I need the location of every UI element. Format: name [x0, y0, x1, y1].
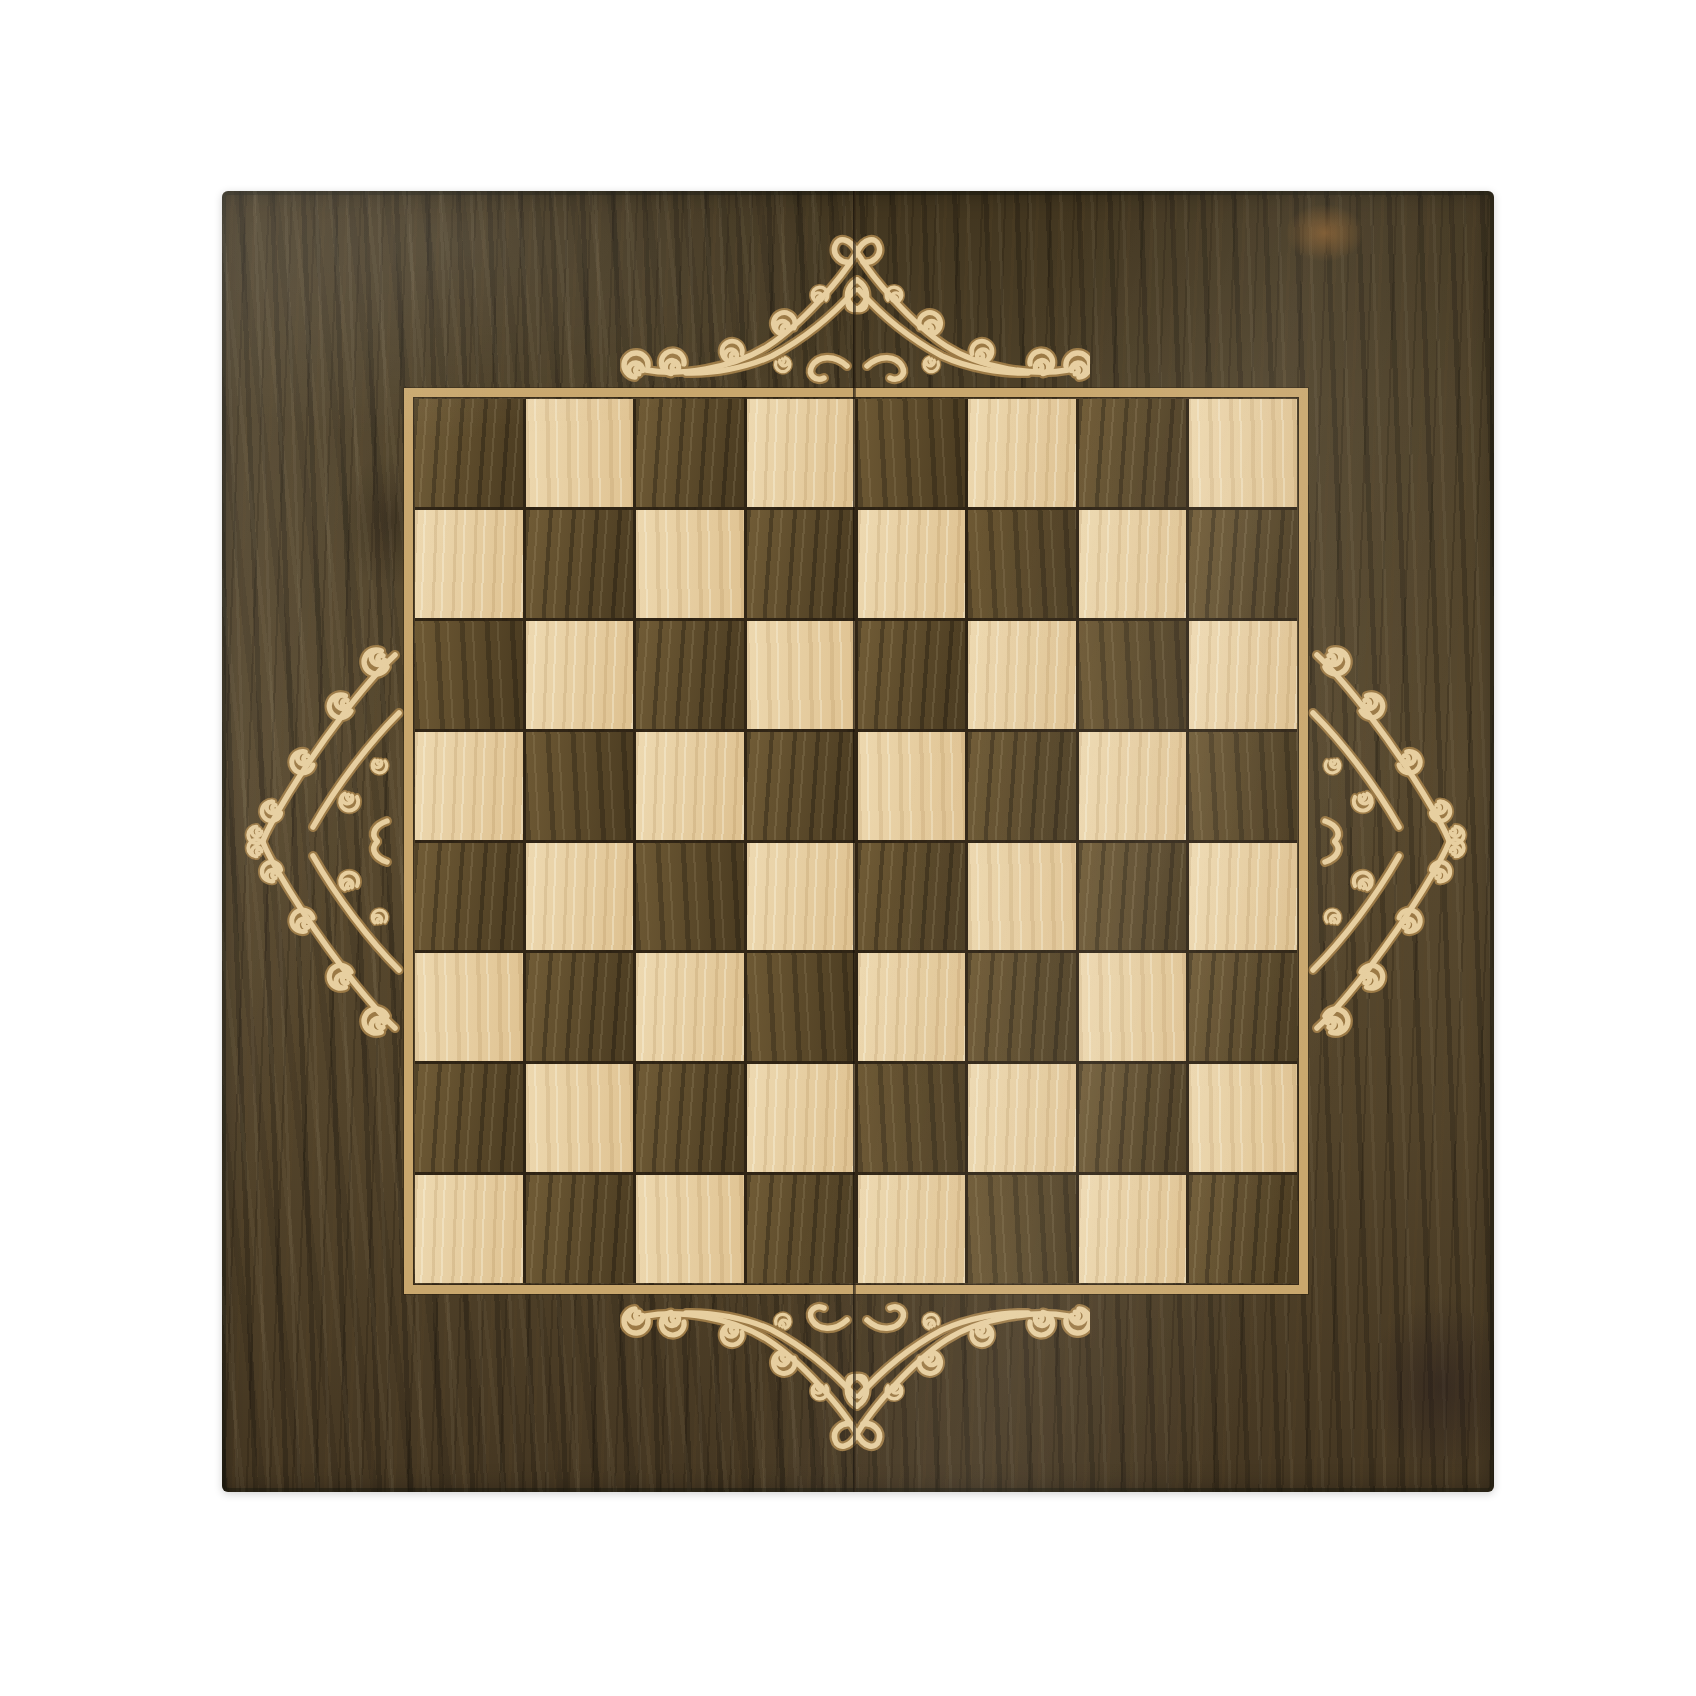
- inlay-scrollwork: [1313, 646, 1464, 1037]
- square-h5[interactable]: [1189, 732, 1297, 840]
- square-b8[interactable]: [526, 399, 634, 507]
- square-d3[interactable]: [747, 953, 855, 1061]
- square-c5[interactable]: [636, 732, 744, 840]
- square-b3[interactable]: [526, 953, 634, 1061]
- product-photo: [0, 0, 1696, 1696]
- square-a4[interactable]: [415, 843, 523, 951]
- square-g1[interactable]: [1079, 1175, 1187, 1283]
- square-e3[interactable]: [858, 953, 966, 1061]
- arabesque-ornament-left: [237, 619, 412, 1064]
- square-b4[interactable]: [526, 843, 634, 951]
- wooden-board-panel: [222, 191, 1494, 1492]
- square-f4[interactable]: [968, 843, 1076, 951]
- chessboard-grid: [415, 399, 1297, 1283]
- square-f7[interactable]: [968, 510, 1076, 618]
- square-f5[interactable]: [968, 732, 1076, 840]
- square-g2[interactable]: [1079, 1064, 1187, 1172]
- square-h6[interactable]: [1189, 621, 1297, 729]
- square-g8[interactable]: [1079, 399, 1187, 507]
- square-d7[interactable]: [747, 510, 855, 618]
- square-c2[interactable]: [636, 1064, 744, 1172]
- square-f2[interactable]: [968, 1064, 1076, 1172]
- square-b7[interactable]: [526, 510, 634, 618]
- square-e7[interactable]: [858, 510, 966, 618]
- center-fold-seam: [853, 191, 856, 1492]
- square-b6[interactable]: [526, 621, 634, 729]
- square-a2[interactable]: [415, 1064, 523, 1172]
- square-c4[interactable]: [636, 843, 744, 951]
- square-e1[interactable]: [858, 1175, 966, 1283]
- square-g5[interactable]: [1079, 732, 1187, 840]
- square-e5[interactable]: [858, 732, 966, 840]
- square-b1[interactable]: [526, 1175, 634, 1283]
- square-f3[interactable]: [968, 953, 1076, 1061]
- square-g3[interactable]: [1079, 953, 1187, 1061]
- square-e4[interactable]: [858, 843, 966, 951]
- square-h8[interactable]: [1189, 399, 1297, 507]
- square-e8[interactable]: [858, 399, 966, 507]
- square-d8[interactable]: [747, 399, 855, 507]
- square-f6[interactable]: [968, 621, 1076, 729]
- square-c7[interactable]: [636, 510, 744, 618]
- square-d5[interactable]: [747, 732, 855, 840]
- square-h3[interactable]: [1189, 953, 1297, 1061]
- square-a7[interactable]: [415, 510, 523, 618]
- square-c6[interactable]: [636, 621, 744, 729]
- arabesque-right-svg: [1300, 619, 1475, 1064]
- square-h1[interactable]: [1189, 1175, 1297, 1283]
- square-c3[interactable]: [636, 953, 744, 1061]
- square-g4[interactable]: [1079, 843, 1187, 951]
- square-a6[interactable]: [415, 621, 523, 729]
- square-f8[interactable]: [968, 399, 1076, 507]
- square-e2[interactable]: [858, 1064, 966, 1172]
- square-b2[interactable]: [526, 1064, 634, 1172]
- square-c1[interactable]: [636, 1175, 744, 1283]
- square-a8[interactable]: [415, 399, 523, 507]
- arabesque-ornament-right: [1300, 619, 1475, 1064]
- square-c8[interactable]: [636, 399, 744, 507]
- square-d1[interactable]: [747, 1175, 855, 1283]
- arabesque-left-svg: [237, 619, 412, 1064]
- chessboard-frame: [404, 388, 1308, 1294]
- square-h4[interactable]: [1189, 843, 1297, 951]
- square-a5[interactable]: [415, 732, 523, 840]
- square-h2[interactable]: [1189, 1064, 1297, 1172]
- inlay-scrollwork: [248, 646, 399, 1037]
- square-g6[interactable]: [1079, 621, 1187, 729]
- square-g7[interactable]: [1079, 510, 1187, 618]
- square-a1[interactable]: [415, 1175, 523, 1283]
- square-a3[interactable]: [415, 953, 523, 1061]
- square-b5[interactable]: [526, 732, 634, 840]
- square-f1[interactable]: [968, 1175, 1076, 1283]
- square-h7[interactable]: [1189, 510, 1297, 618]
- square-d4[interactable]: [747, 843, 855, 951]
- square-d6[interactable]: [747, 621, 855, 729]
- square-d2[interactable]: [747, 1064, 855, 1172]
- square-e6[interactable]: [858, 621, 966, 729]
